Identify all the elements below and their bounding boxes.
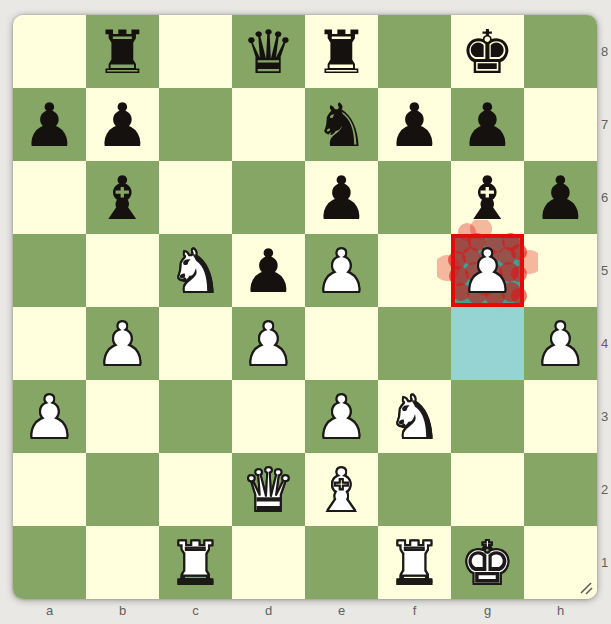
square-f7[interactable]: ♟ [378,88,451,161]
square-a3[interactable]: ♟ [13,380,86,453]
square-g5[interactable]: ♟ [451,234,524,307]
square-c3[interactable] [159,380,232,453]
file-label-e: e [305,599,378,621]
square-e3[interactable]: ♟ [305,380,378,453]
rank-label-4: 4 [598,307,611,380]
square-h2[interactable] [524,453,597,526]
square-g7[interactable]: ♟ [451,88,524,161]
rank-label-2: 2 [598,453,611,526]
resize-handle-icon[interactable] [578,580,595,597]
square-b4[interactable]: ♟ [86,307,159,380]
rank-label-7: 7 [598,88,611,161]
square-d7[interactable] [232,88,305,161]
piece-white-rook: ♜ [378,526,451,599]
piece-black-pawn: ♟ [451,88,524,161]
square-f6[interactable] [378,161,451,234]
square-f3[interactable]: ♞ [378,380,451,453]
square-e1[interactable] [305,526,378,599]
square-d3[interactable] [232,380,305,453]
square-b5[interactable] [86,234,159,307]
piece-black-pawn: ♟ [232,234,305,307]
piece-black-bishop: ♝ [86,161,159,234]
file-label-a: a [13,599,86,621]
square-c2[interactable] [159,453,232,526]
square-g2[interactable] [451,453,524,526]
square-a8[interactable] [13,15,86,88]
square-f5[interactable] [378,234,451,307]
square-f1[interactable]: ♜ [378,526,451,599]
square-c6[interactable] [159,161,232,234]
piece-white-pawn: ♟ [451,234,524,307]
square-e2[interactable]: ♝ [305,453,378,526]
piece-white-queen: ♛ [232,453,305,526]
square-a1[interactable] [13,526,86,599]
piece-black-pawn: ♟ [86,88,159,161]
square-d8[interactable]: ♛ [232,15,305,88]
square-b7[interactable]: ♟ [86,88,159,161]
square-e7[interactable]: ♞ [305,88,378,161]
piece-white-knight: ♞ [378,380,451,453]
square-h3[interactable] [524,380,597,453]
piece-black-pawn: ♟ [13,88,86,161]
square-g8[interactable]: ♚ [451,15,524,88]
square-d4[interactable]: ♟ [232,307,305,380]
square-g4[interactable] [451,307,524,380]
square-e4[interactable] [305,307,378,380]
rank-label-6: 6 [598,161,611,234]
piece-white-king: ♚ [451,526,524,599]
square-c5[interactable]: ♞ [159,234,232,307]
piece-black-knight: ♞ [305,88,378,161]
square-h5[interactable] [524,234,597,307]
piece-white-pawn: ♟ [305,234,378,307]
piece-black-pawn: ♟ [524,161,597,234]
square-c1[interactable]: ♜ [159,526,232,599]
square-a7[interactable]: ♟ [13,88,86,161]
square-e8[interactable]: ♜ [305,15,378,88]
square-b2[interactable] [86,453,159,526]
square-a2[interactable] [13,453,86,526]
piece-white-knight: ♞ [159,234,232,307]
square-b6[interactable]: ♝ [86,161,159,234]
square-f4[interactable] [378,307,451,380]
square-c7[interactable] [159,88,232,161]
rank-label-8: 8 [598,15,611,88]
square-a6[interactable] [13,161,86,234]
piece-black-queen: ♛ [232,15,305,88]
square-f8[interactable] [378,15,451,88]
square-d1[interactable] [232,526,305,599]
rank-label-1: 1 [598,526,611,599]
piece-black-pawn: ♟ [305,161,378,234]
square-c4[interactable] [159,307,232,380]
square-d6[interactable] [232,161,305,234]
square-b1[interactable] [86,526,159,599]
file-label-g: g [451,599,524,621]
square-b3[interactable] [86,380,159,453]
square-f2[interactable] [378,453,451,526]
rank-labels: 87654321 [598,15,611,599]
square-d2[interactable]: ♛ [232,453,305,526]
piece-white-pawn: ♟ [13,380,86,453]
piece-white-pawn: ♟ [86,307,159,380]
file-label-c: c [159,599,232,621]
square-a5[interactable] [13,234,86,307]
square-e6[interactable]: ♟ [305,161,378,234]
rank-label-5: 5 [598,234,611,307]
square-g3[interactable] [451,380,524,453]
piece-black-king: ♚ [451,15,524,88]
file-label-b: b [86,599,159,621]
square-h8[interactable] [524,15,597,88]
square-a4[interactable] [13,307,86,380]
square-g1[interactable]: ♚ [451,526,524,599]
piece-white-pawn: ♟ [232,307,305,380]
square-h4[interactable]: ♟ [524,307,597,380]
piece-black-pawn: ♟ [378,88,451,161]
file-labels: abcdefgh [13,599,597,621]
square-h7[interactable] [524,88,597,161]
rank-label-3: 3 [598,380,611,453]
file-label-f: f [378,599,451,621]
square-e5[interactable]: ♟ [305,234,378,307]
piece-black-rook: ♜ [86,15,159,88]
square-b8[interactable]: ♜ [86,15,159,88]
file-label-h: h [524,599,597,621]
piece-black-bishop: ♝ [451,161,524,234]
piece-white-bishop: ♝ [305,453,378,526]
piece-white-pawn: ♟ [305,380,378,453]
square-c8[interactable] [159,15,232,88]
piece-black-rook: ♜ [305,15,378,88]
square-g6[interactable]: ♝ [451,161,524,234]
piece-white-pawn: ♟ [524,307,597,380]
file-label-d: d [232,599,305,621]
piece-white-rook: ♜ [159,526,232,599]
square-h6[interactable]: ♟ [524,161,597,234]
square-d5[interactable]: ♟ [232,234,305,307]
chess-board: ♜♛♜♚♟♟♞♟♟♝♟♝♟♞♟♟♟♟♟♟♟♟♞♛♝♜♜♚ [13,15,597,599]
